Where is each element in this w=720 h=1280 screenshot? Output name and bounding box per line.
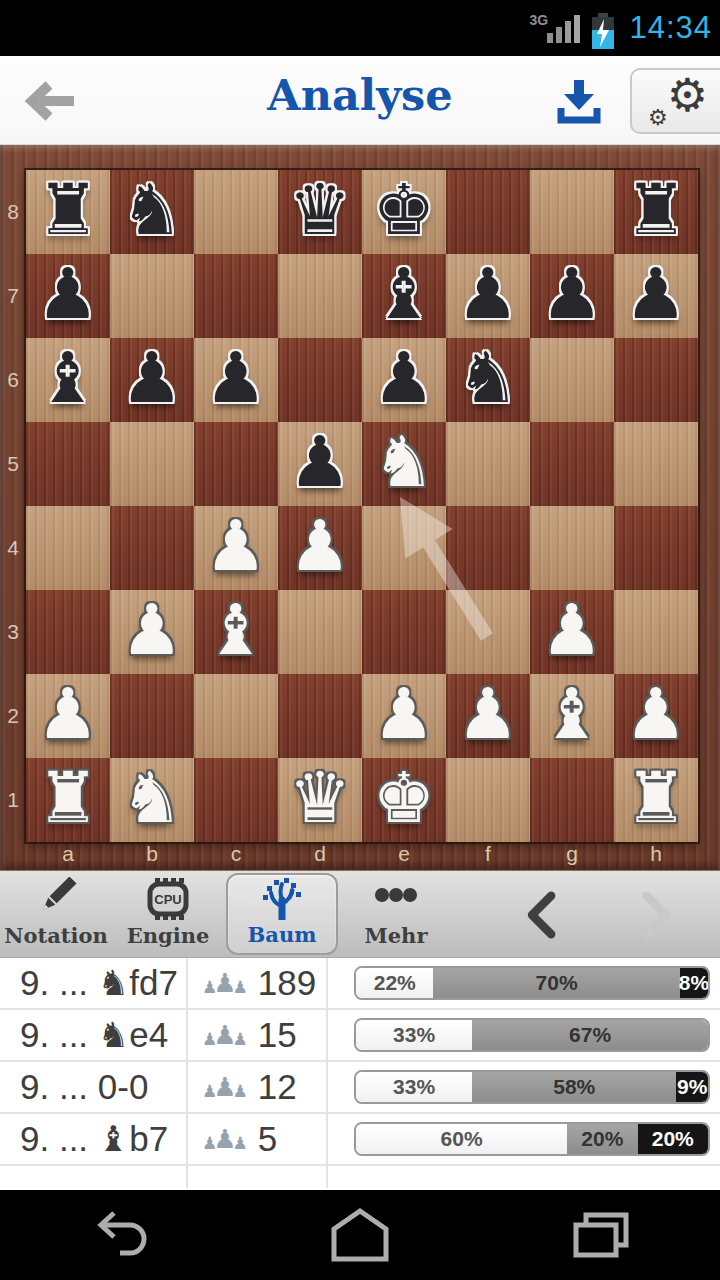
- games-count-icon: ♟♟♟: [206, 1022, 244, 1048]
- black-piece-h8[interactable]: ♜: [614, 166, 698, 250]
- square-c5[interactable]: [194, 422, 278, 506]
- tab-notation[interactable]: Notation: [0, 874, 112, 954]
- square-h1[interactable]: ♜: [614, 758, 698, 842]
- tab-mehr[interactable]: Mehr: [340, 874, 452, 954]
- games-count: 15: [258, 1015, 297, 1055]
- square-h4[interactable]: [614, 506, 698, 590]
- square-e2[interactable]: ♟: [362, 674, 446, 758]
- white-piece-g3[interactable]: ♟: [530, 586, 614, 670]
- square-e4[interactable]: [362, 506, 446, 590]
- square-a7[interactable]: ♟: [26, 254, 110, 338]
- white-piece-d1[interactable]: ♛: [278, 754, 362, 838]
- square-d4[interactable]: ♟: [278, 506, 362, 590]
- download-icon[interactable]: [554, 76, 604, 126]
- square-g1[interactable]: [530, 758, 614, 842]
- move-row-empty: [0, 1166, 720, 1188]
- square-h6[interactable]: [614, 338, 698, 422]
- result-bar-segment-gray: 67%: [472, 1020, 708, 1050]
- square-c6[interactable]: ♟: [194, 338, 278, 422]
- black-piece-a8[interactable]: ♜: [26, 166, 110, 250]
- games-count-icon: ♟♟♟: [206, 1126, 244, 1152]
- square-h5[interactable]: [614, 422, 698, 506]
- nav-recents-button[interactable]: [480, 1207, 720, 1263]
- cpu-icon: CPU: [142, 877, 194, 921]
- file-label-d: d: [278, 842, 362, 868]
- rank-label-5: 5: [0, 422, 26, 506]
- square-e5[interactable]: ♞: [362, 422, 446, 506]
- move-row[interactable]: 9. ... 0-0 ♟♟♟ 12 33%58%9%: [0, 1062, 720, 1114]
- nav-home-button[interactable]: [240, 1207, 480, 1263]
- square-g8[interactable]: [530, 170, 614, 254]
- square-c2[interactable]: [194, 674, 278, 758]
- result-bar: 22%70%8%: [354, 966, 710, 1000]
- square-b8[interactable]: ♞: [110, 170, 194, 254]
- square-c8[interactable]: [194, 170, 278, 254]
- white-piece-f2[interactable]: ♟: [446, 670, 530, 754]
- file-label-h: h: [614, 842, 698, 868]
- network-type-label: 3G: [529, 12, 548, 28]
- square-g2[interactable]: ♝: [530, 674, 614, 758]
- gear-small-icon: ⚙: [648, 105, 668, 130]
- action-bar: Analyse ⚙ ⚙: [0, 56, 720, 145]
- battery-charging-icon: [591, 9, 615, 47]
- white-piece-g2[interactable]: ♝: [530, 670, 614, 754]
- tab-baum[interactable]: Baum: [226, 873, 338, 955]
- square-f7[interactable]: ♟: [446, 254, 530, 338]
- square-b3[interactable]: ♟: [110, 590, 194, 674]
- page-title: Analyse: [0, 70, 720, 120]
- white-piece-b3[interactable]: ♟: [110, 586, 194, 670]
- black-piece-d8[interactable]: ♛: [278, 166, 362, 250]
- rank-label-6: 6: [0, 338, 26, 422]
- white-piece-e5[interactable]: ♞: [362, 418, 446, 502]
- games-count-icon: ♟♟♟: [206, 970, 244, 996]
- nav-home-icon: [328, 1207, 392, 1263]
- square-d1[interactable]: ♛: [278, 758, 362, 842]
- result-bar: 60%20%20%: [354, 1122, 710, 1156]
- square-g4[interactable]: [530, 506, 614, 590]
- file-label-e: e: [362, 842, 446, 868]
- white-piece-h1[interactable]: ♜: [614, 754, 698, 838]
- square-b4[interactable]: [110, 506, 194, 590]
- square-a5[interactable]: [26, 422, 110, 506]
- result-bar-segment-gray: 70%: [433, 968, 679, 998]
- white-piece-b1[interactable]: ♞: [110, 754, 194, 838]
- gear-icon: ⚙: [667, 68, 708, 122]
- result-bar: 33%58%9%: [354, 1070, 710, 1104]
- file-labels: abcdefgh: [26, 842, 698, 868]
- status-bar: 3G 14:34: [0, 0, 720, 56]
- square-g7[interactable]: ♟: [530, 254, 614, 338]
- black-piece-e8[interactable]: ♚: [362, 166, 446, 250]
- clock: 14:34: [625, 10, 712, 46]
- square-f8[interactable]: [446, 170, 530, 254]
- svg-text:CPU: CPU: [154, 892, 181, 907]
- square-d8[interactable]: ♛: [278, 170, 362, 254]
- square-h2[interactable]: ♟: [614, 674, 698, 758]
- black-piece-f6[interactable]: ♞: [446, 334, 530, 418]
- square-e3[interactable]: [362, 590, 446, 674]
- white-piece-d4[interactable]: ♟: [278, 502, 362, 586]
- square-b7[interactable]: [110, 254, 194, 338]
- games-count: 5: [258, 1119, 277, 1159]
- rank-labels: 87654321: [0, 170, 26, 842]
- square-e6[interactable]: ♟: [362, 338, 446, 422]
- square-d2[interactable]: [278, 674, 362, 758]
- result-bar-segment-white: 60%: [356, 1124, 567, 1154]
- black-piece-e6[interactable]: ♟: [362, 334, 446, 418]
- nav-back-icon: [88, 1207, 152, 1263]
- app-screen: 3G 14:34 Analyse: [0, 0, 720, 1280]
- square-f1[interactable]: [446, 758, 530, 842]
- black-piece-b8[interactable]: ♞: [110, 166, 194, 250]
- result-bar-segment-white: 22%: [356, 968, 433, 998]
- square-h3[interactable]: [614, 590, 698, 674]
- black-piece-c6[interactable]: ♟: [194, 334, 278, 418]
- square-a6[interactable]: ♝: [26, 338, 110, 422]
- square-g6[interactable]: [530, 338, 614, 422]
- white-piece-c4[interactable]: ♟: [194, 502, 278, 586]
- rank-label-1: 1: [0, 758, 26, 842]
- white-piece-c3[interactable]: ♝: [194, 586, 278, 670]
- square-f2[interactable]: ♟: [446, 674, 530, 758]
- board-squares: ♜♞♛♚♜♟♝♟♟♟♝♟♟♟♞♟♞♟♟♟♝♟♟♟♟♝♟♜♞♛♚♜: [26, 170, 698, 842]
- square-d3[interactable]: [278, 590, 362, 674]
- file-label-b: b: [110, 842, 194, 868]
- android-nav-bar: [0, 1190, 720, 1280]
- square-g5[interactable]: [530, 422, 614, 506]
- file-label-a: a: [26, 842, 110, 868]
- black-piece-e7[interactable]: ♝: [362, 250, 446, 334]
- games-count-icon: ♟♟♟: [206, 1074, 244, 1100]
- square-b2[interactable]: [110, 674, 194, 758]
- rank-label-4: 4: [0, 506, 26, 590]
- white-piece-a2[interactable]: ♟: [26, 670, 110, 754]
- prev-move-button[interactable]: [520, 891, 568, 939]
- tree-icon: [262, 878, 302, 920]
- white-piece-a1[interactable]: ♜: [26, 754, 110, 838]
- black-piece-h7[interactable]: ♟: [614, 250, 698, 334]
- move-row[interactable]: 9. ... ♞fd7 ♟♟♟ 189 22%70%8%: [0, 958, 720, 1010]
- result-bar-segment-black: 20%: [638, 1124, 708, 1154]
- black-piece-a7[interactable]: ♟: [26, 250, 110, 334]
- square-f4[interactable]: [446, 506, 530, 590]
- chess-board: 87654321 ♜♞♛♚♜♟♝♟♟♟♝♟♟♟♞♟♞♟♟♟♝♟♟♟♟♝♟♜♞♛♚…: [0, 145, 720, 870]
- pencil-icon: [35, 877, 77, 921]
- games-count: 12: [258, 1067, 297, 1107]
- nav-recents-icon: [568, 1207, 632, 1263]
- nav-back-button[interactable]: [0, 1207, 240, 1263]
- rank-label-8: 8: [0, 170, 26, 254]
- games-count: 189: [258, 963, 316, 1003]
- result-bar: 33%67%: [354, 1018, 710, 1052]
- square-c3[interactable]: ♝: [194, 590, 278, 674]
- square-a1[interactable]: ♜: [26, 758, 110, 842]
- square-e1[interactable]: ♚: [362, 758, 446, 842]
- square-d7[interactable]: [278, 254, 362, 338]
- black-piece-g7[interactable]: ♟: [530, 250, 614, 334]
- square-c7[interactable]: [194, 254, 278, 338]
- square-d5[interactable]: ♟: [278, 422, 362, 506]
- square-b1[interactable]: ♞: [110, 758, 194, 842]
- square-f5[interactable]: [446, 422, 530, 506]
- move-label: 9. ... ♝b7: [0, 1114, 188, 1164]
- result-bar-segment-black: 9%: [676, 1072, 708, 1102]
- file-label-c: c: [194, 842, 278, 868]
- square-e8[interactable]: ♚: [362, 170, 446, 254]
- move-label: 9. ... ♞e4: [0, 1010, 188, 1060]
- result-bar-segment-white: 33%: [356, 1020, 472, 1050]
- move-label: 9. ... 0-0: [0, 1062, 188, 1112]
- square-b6[interactable]: ♟: [110, 338, 194, 422]
- bottom-toolbar: Notation CPU Engine: [0, 870, 720, 958]
- square-d6[interactable]: [278, 338, 362, 422]
- rank-label-3: 3: [0, 590, 26, 674]
- result-bar-segment-black: 8%: [680, 968, 708, 998]
- file-label-f: f: [446, 842, 530, 868]
- move-row[interactable]: 9. ... ♝b7 ♟♟♟ 5 60%20%20%: [0, 1114, 720, 1166]
- result-bar-segment-gray: 20%: [567, 1124, 637, 1154]
- result-bar-segment-white: 33%: [356, 1072, 472, 1102]
- square-h7[interactable]: ♟: [614, 254, 698, 338]
- settings-button[interactable]: ⚙ ⚙: [630, 68, 720, 134]
- square-c4[interactable]: ♟: [194, 506, 278, 590]
- black-piece-d5[interactable]: ♟: [278, 418, 362, 502]
- white-piece-e1[interactable]: ♚: [362, 754, 446, 838]
- black-piece-b6[interactable]: ♟: [110, 334, 194, 418]
- black-piece-f7[interactable]: ♟: [446, 250, 530, 334]
- ellipsis-icon: [370, 877, 422, 921]
- move-label: 9. ... ♞fd7: [0, 958, 188, 1008]
- rank-label-2: 2: [0, 674, 26, 758]
- white-piece-e2[interactable]: ♟: [362, 670, 446, 754]
- square-h8[interactable]: ♜: [614, 170, 698, 254]
- square-b5[interactable]: [110, 422, 194, 506]
- black-piece-a6[interactable]: ♝: [26, 334, 110, 418]
- signal-strength-icon: 3G: [529, 10, 581, 46]
- square-a4[interactable]: [26, 506, 110, 590]
- square-f6[interactable]: ♞: [446, 338, 530, 422]
- result-bar-segment-gray: 58%: [472, 1072, 676, 1102]
- rank-label-7: 7: [0, 254, 26, 338]
- square-a2[interactable]: ♟: [26, 674, 110, 758]
- square-e7[interactable]: ♝: [362, 254, 446, 338]
- white-piece-h2[interactable]: ♟: [614, 670, 698, 754]
- square-f3[interactable]: [446, 590, 530, 674]
- move-tree-list: 9. ... ♞fd7 ♟♟♟ 189 22%70%8% 9. ... ♞e4 …: [0, 958, 720, 1188]
- move-row[interactable]: 9. ... ♞e4 ♟♟♟ 15 33%67%: [0, 1010, 720, 1062]
- square-c1[interactable]: [194, 758, 278, 842]
- square-g3[interactable]: ♟: [530, 590, 614, 674]
- next-move-button[interactable]: [630, 891, 678, 939]
- square-a8[interactable]: ♜: [26, 170, 110, 254]
- file-label-g: g: [530, 842, 614, 868]
- square-a3[interactable]: [26, 590, 110, 674]
- tab-engine[interactable]: CPU Engine: [112, 874, 224, 954]
